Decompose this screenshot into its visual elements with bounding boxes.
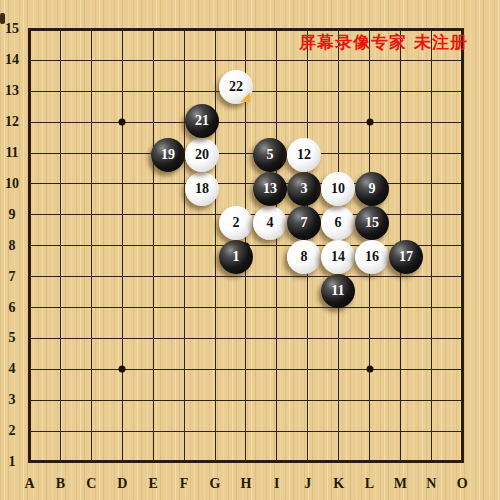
stone-move-number: 14: [331, 249, 345, 265]
watermark-text: 屏幕录像专家 未注册: [299, 31, 468, 54]
stone-move-number: 8: [300, 249, 307, 265]
stone-move-number: 11: [331, 283, 344, 299]
col-label-E: E: [143, 475, 163, 493]
stone-6-white-K9: 6: [321, 206, 355, 240]
last-move-marker: [240, 92, 250, 102]
col-label-G: G: [205, 475, 225, 493]
stone-move-number: 5: [266, 147, 273, 163]
stone-5-black-I11: 5: [253, 138, 287, 172]
col-label-M: M: [390, 475, 410, 493]
col-label-O: O: [452, 475, 472, 493]
stones-grid: 12345678910111213141516171819202122: [14, 14, 478, 478]
go-app-screen: 屏幕录像专家 未注册 151413121110987654321 ABCDEFG…: [0, 0, 500, 500]
stone-13-black-I10: 13: [253, 172, 287, 206]
stone-move-number: 15: [365, 215, 379, 231]
stone-move-number: 21: [195, 113, 209, 129]
stone-move-number: 17: [399, 249, 413, 265]
stone-18-white-G10: 18: [185, 172, 219, 206]
col-label-L: L: [360, 475, 380, 493]
stone-move-number: 10: [331, 181, 345, 197]
stone-12-white-J11: 12: [287, 138, 321, 172]
col-label-D: D: [112, 475, 132, 493]
stone-2-white-H9: 2: [219, 206, 253, 240]
col-label-J: J: [298, 475, 318, 493]
stone-move-number: 9: [368, 181, 375, 197]
stone-move-number: 6: [334, 215, 341, 231]
stone-7-black-J9: 7: [287, 206, 321, 240]
stone-9-black-L10: 9: [355, 172, 389, 206]
stone-move-number: 13: [263, 181, 277, 197]
col-label-N: N: [421, 475, 441, 493]
stone-14-white-K8: 14: [321, 240, 355, 274]
col-label-I: I: [267, 475, 287, 493]
stone-4-white-I9: 4: [253, 206, 287, 240]
stone-20-white-G11: 20: [185, 138, 219, 172]
col-label-F: F: [174, 475, 194, 493]
col-label-A: A: [20, 475, 40, 493]
stone-move-number: 18: [195, 181, 209, 197]
stone-15-black-L9: 15: [355, 206, 389, 240]
stone-10-white-K10: 10: [321, 172, 355, 206]
stone-11-black-K7: 11: [321, 274, 355, 308]
stone-move-number: 12: [297, 147, 311, 163]
stone-19-black-F11: 19: [151, 138, 185, 172]
stone-3-black-J10: 3: [287, 172, 321, 206]
stone-move-number: 7: [300, 215, 307, 231]
col-label-K: K: [329, 475, 349, 493]
stone-move-number: 3: [300, 181, 307, 197]
stone-16-white-L8: 16: [355, 240, 389, 274]
stone-move-number: 22: [229, 79, 243, 95]
stone-22-white-H13: 22: [219, 70, 253, 104]
col-label-H: H: [236, 475, 256, 493]
stone-1-black-H8: 1: [219, 240, 253, 274]
stone-move-number: 1: [232, 249, 239, 265]
stone-17-black-M8: 17: [389, 240, 423, 274]
col-label-C: C: [81, 475, 101, 493]
stone-move-number: 16: [365, 249, 379, 265]
stone-move-number: 19: [161, 147, 175, 163]
stone-move-number: 4: [266, 215, 273, 231]
stone-8-white-J8: 8: [287, 240, 321, 274]
stone-move-number: 20: [195, 147, 209, 163]
stone-move-number: 2: [232, 215, 239, 231]
col-label-B: B: [51, 475, 71, 493]
stone-21-black-G12: 21: [185, 104, 219, 138]
